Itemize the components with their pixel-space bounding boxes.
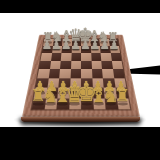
square-e4[interactable] bbox=[81, 69, 92, 78]
square-h4[interactable] bbox=[112, 69, 124, 78]
photo-background: ♜♞♝♛♚♝♞♜♟♟♟♟♟♟♟♟♟♟♟♟♟♟♟♟♜♞♝♛♚♝♞♜ bbox=[0, 0, 160, 160]
square-f4[interactable] bbox=[91, 69, 102, 78]
square-g4[interactable] bbox=[102, 69, 114, 78]
square-d4[interactable] bbox=[70, 69, 81, 78]
square-b4[interactable] bbox=[48, 69, 60, 78]
letterbox-bottom bbox=[0, 127, 160, 160]
letterbox-top bbox=[0, 0, 160, 13]
square-c4[interactable] bbox=[59, 69, 70, 78]
board-edge bbox=[21, 117, 140, 122]
square-a4[interactable] bbox=[37, 69, 49, 78]
piece-black-pawn-h7[interactable]: ♟ bbox=[109, 40, 119, 51]
piece-white-rook-h1[interactable]: ♜ bbox=[115, 89, 130, 106]
